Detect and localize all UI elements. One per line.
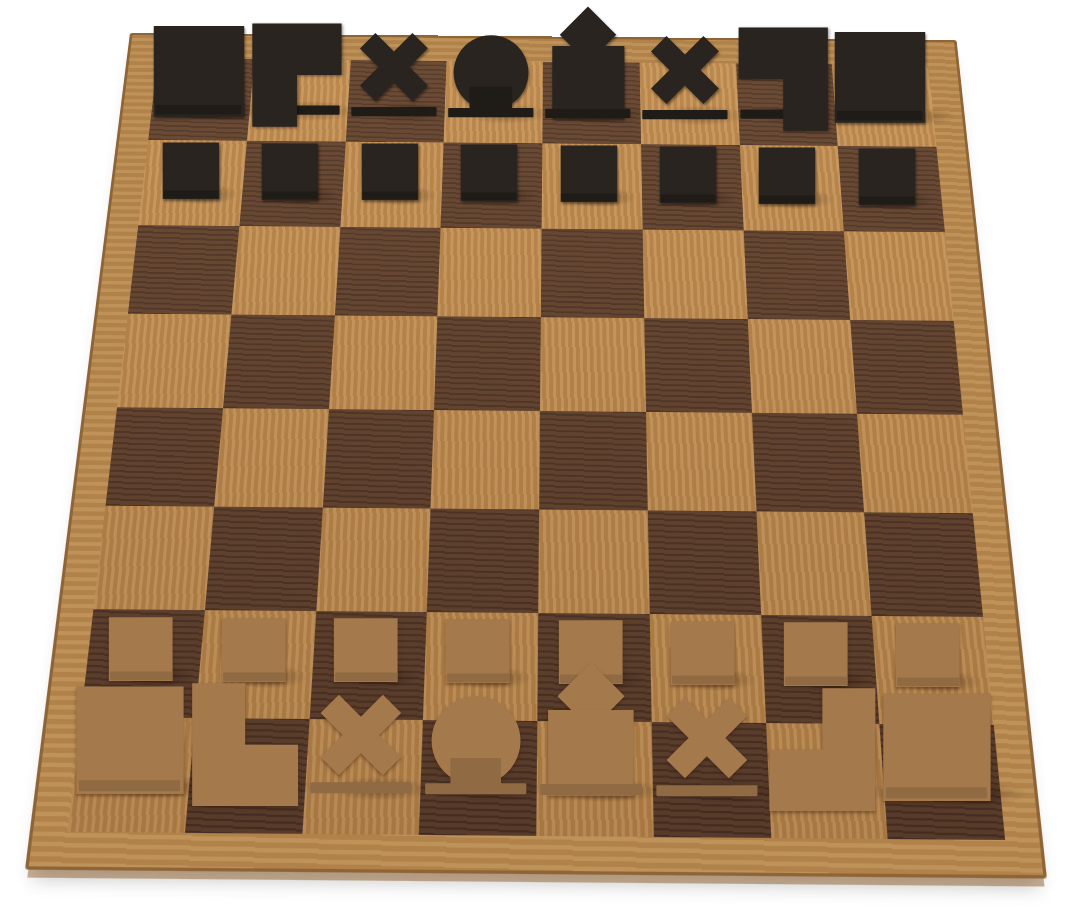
king-cube-icon: ■	[538, 700, 644, 787]
piece-plinth	[837, 111, 922, 120]
rook-cube-icon: ■	[871, 681, 1004, 791]
knight-lblock-icon: ▜	[739, 45, 826, 113]
piece-plinth	[760, 195, 815, 203]
piece-plinth	[859, 196, 914, 204]
piece-black-pawn-h7[interactable]: ■	[852, 141, 922, 203]
piece-black-pawn-g7[interactable]: ■	[753, 141, 823, 203]
bishop-cross-icon: ✖	[310, 691, 411, 785]
pawn-cube-icon: ■	[255, 136, 325, 194]
piece-plinth	[157, 105, 242, 114]
piece-plinth	[223, 672, 285, 681]
rook-cube-icon: ■	[63, 674, 196, 784]
piece-black-rook-a8[interactable]: ■	[143, 15, 255, 114]
piece-black-pawn-d7[interactable]: ■	[454, 138, 524, 200]
pawn-cube-icon: ■	[214, 610, 293, 675]
piece-black-bishop-c8[interactable]: ✖	[351, 30, 436, 116]
bishop-cross-icon: ✖	[656, 694, 757, 788]
pawn-cube-icon: ■	[776, 615, 855, 680]
piece-white-king-e1[interactable]: ◆■	[538, 656, 644, 796]
pawn-cube-icon: ■	[355, 137, 425, 195]
piece-white-queen-d1[interactable]: ●	[425, 687, 527, 794]
king-cube-icon: ■	[544, 38, 633, 112]
piece-black-rook-h8[interactable]: ■	[824, 21, 936, 120]
piece-black-pawn-f7[interactable]: ■	[653, 140, 723, 202]
knight-lblock-icon: ▛	[253, 41, 340, 109]
pawn-cube-icon: ■	[753, 141, 823, 199]
piece-white-rook-h1[interactable]: ■	[871, 681, 1004, 798]
piece-plinth	[362, 192, 417, 200]
piece-plinth	[660, 194, 715, 202]
piece-plinth	[546, 108, 631, 117]
pawn-cube-icon: ■	[156, 135, 226, 193]
pieces-layer: ■▛✖●◆■✖▜■■■■■■■■■■■■■■■■■■▙✖●◆■✖▟■	[0, 0, 1080, 919]
piece-plinth	[643, 109, 728, 118]
piece-black-pawn-e7[interactable]: ■	[554, 139, 624, 201]
piece-black-pawn-a7[interactable]: ■	[156, 135, 226, 197]
piece-plinth	[541, 784, 642, 795]
pawn-cube-icon: ■	[653, 140, 723, 198]
chessboard-photo: ■▛✖●◆■✖▜■■■■■■■■■■■■■■■■■■▙✖●◆■✖▟■	[0, 0, 1080, 919]
piece-black-bishop-f8[interactable]: ✖	[643, 33, 728, 119]
piece-plinth	[561, 194, 616, 202]
queen-cylinder	[470, 86, 513, 110]
piece-black-pawn-b7[interactable]: ■	[255, 136, 325, 198]
piece-white-pawn-b2[interactable]: ■	[214, 610, 293, 680]
piece-white-bishop-c1[interactable]: ✖	[310, 691, 411, 793]
rook-cube-icon: ■	[824, 21, 936, 113]
piece-plinth	[448, 108, 533, 117]
knight-lblock-icon: ▟	[770, 709, 873, 790]
bishop-cross-icon: ✖	[643, 33, 728, 112]
piece-white-rook-a1[interactable]: ■	[63, 674, 196, 791]
piece-plinth	[310, 782, 411, 793]
pawn-cube-icon: ■	[852, 141, 922, 199]
bishop-cross-icon: ✖	[351, 30, 436, 109]
knight-lblock-icon: ▙	[194, 704, 297, 785]
piece-plinth	[425, 783, 526, 794]
piece-black-queen-d8[interactable]: ●	[448, 26, 534, 116]
piece-white-bishop-f1[interactable]: ✖	[656, 694, 757, 796]
piece-black-pawn-c7[interactable]: ■	[355, 137, 425, 199]
piece-plinth	[887, 787, 988, 798]
piece-plinth	[263, 191, 318, 199]
piece-white-knight-g1[interactable]: ▟	[771, 709, 872, 797]
piece-plinth	[79, 780, 180, 791]
piece-plinth	[784, 677, 846, 686]
piece-black-knight-b8[interactable]: ▛	[254, 41, 339, 115]
piece-white-knight-b1[interactable]: ▙	[195, 704, 296, 792]
pawn-cube-icon: ■	[554, 139, 624, 197]
rook-cube-icon: ■	[143, 15, 255, 107]
piece-plinth	[163, 190, 218, 198]
pawn-cube-icon: ■	[454, 138, 524, 196]
piece-plinth	[656, 785, 757, 796]
piece-plinth	[351, 107, 436, 116]
piece-black-knight-g8[interactable]: ▜	[740, 45, 825, 119]
piece-black-king-e8[interactable]: ◆■	[544, 0, 633, 118]
piece-white-pawn-g2[interactable]: ■	[776, 615, 855, 685]
piece-plinth	[462, 193, 517, 201]
